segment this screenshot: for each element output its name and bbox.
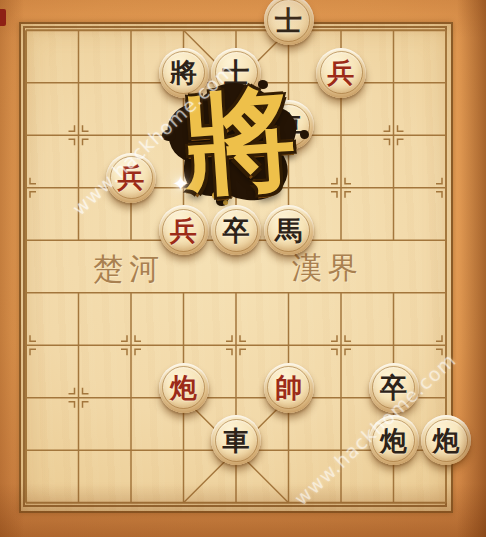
piece-character: 車 [275, 112, 302, 139]
piece-炮[interactable]: 炮 [369, 415, 419, 465]
piece-character: 炮 [380, 427, 407, 454]
river-label-right: 漢界 [292, 253, 364, 283]
piece-character: 將 [170, 59, 197, 86]
river-label-left: 楚河 [93, 254, 165, 284]
piece-character: 卒 [223, 217, 250, 244]
game-screen: 楚河 漢界 士將士兵車兵兵卒馬炮帥卒車炮炮 將 ✦ www.hackhome.c… [0, 0, 486, 537]
piece-character: 馬 [275, 217, 302, 244]
piece-車[interactable]: 車 [264, 100, 314, 150]
piece-炮[interactable]: 炮 [159, 363, 209, 413]
piece-character: 炮 [170, 374, 197, 401]
piece-帥[interactable]: 帥 [264, 363, 314, 413]
piece-character: 兵 [170, 217, 197, 244]
piece-character: 士 [275, 7, 302, 34]
piece-將[interactable]: 將 [159, 48, 209, 98]
piece-character: 兵 [328, 59, 355, 86]
piece-character: 車 [223, 427, 250, 454]
red-edge-mark [0, 9, 6, 26]
piece-character: 帥 [275, 374, 302, 401]
piece-炮[interactable]: 炮 [421, 415, 471, 465]
piece-兵[interactable]: 兵 [159, 205, 209, 255]
piece-兵[interactable]: 兵 [106, 153, 156, 203]
piece-士[interactable]: 士 [264, 0, 314, 45]
piece-character: 卒 [380, 374, 407, 401]
piece-卒[interactable]: 卒 [211, 205, 261, 255]
piece-卒[interactable]: 卒 [369, 363, 419, 413]
piece-馬[interactable]: 馬 [264, 205, 314, 255]
piece-兵[interactable]: 兵 [316, 48, 366, 98]
piece-士[interactable]: 士 [211, 48, 261, 98]
piece-character: 炮 [433, 427, 460, 454]
piece-character: 兵 [118, 164, 145, 191]
piece-character: 士 [223, 59, 250, 86]
piece-車[interactable]: 車 [211, 415, 261, 465]
